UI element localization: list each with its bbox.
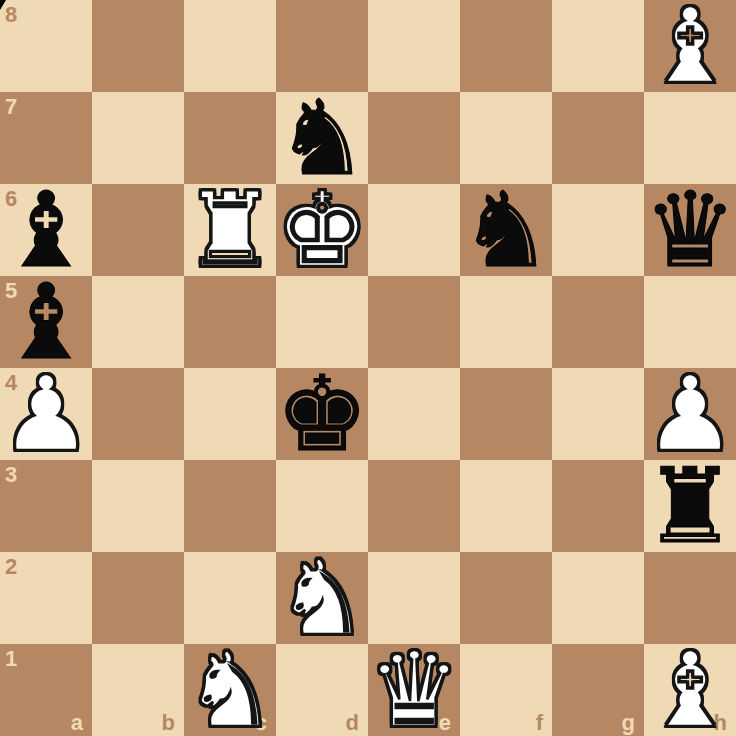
- piece-white-knight-d2[interactable]: ♞: [276, 552, 368, 644]
- piece-black-rook-h3[interactable]: ♜: [644, 460, 736, 552]
- square-f2[interactable]: [460, 552, 552, 644]
- square-g5[interactable]: [552, 276, 644, 368]
- square-g4[interactable]: [552, 368, 644, 460]
- square-c1[interactable]: c♞: [184, 644, 276, 736]
- square-h1[interactable]: h♝: [644, 644, 736, 736]
- square-d4[interactable]: ♚: [276, 368, 368, 460]
- square-e5[interactable]: [368, 276, 460, 368]
- square-b5[interactable]: [92, 276, 184, 368]
- square-b4[interactable]: [92, 368, 184, 460]
- square-g6[interactable]: [552, 184, 644, 276]
- square-b3[interactable]: [92, 460, 184, 552]
- square-h6[interactable]: ♛: [644, 184, 736, 276]
- square-c4[interactable]: [184, 368, 276, 460]
- square-b6[interactable]: [92, 184, 184, 276]
- piece-white-bishop-h8[interactable]: ♝: [644, 0, 736, 92]
- square-f6[interactable]: ♞: [460, 184, 552, 276]
- square-b1[interactable]: b: [92, 644, 184, 736]
- piece-white-king-d6[interactable]: ♚: [276, 184, 368, 276]
- square-b2[interactable]: [92, 552, 184, 644]
- file-label-d: d: [346, 712, 359, 734]
- rank-label-8: 8: [5, 4, 17, 26]
- piece-black-queen-h6[interactable]: ♛: [644, 184, 736, 276]
- piece-white-knight-c1[interactable]: ♞: [184, 644, 276, 736]
- square-a4[interactable]: 4♟: [0, 368, 92, 460]
- square-h8[interactable]: ♝: [644, 0, 736, 92]
- square-a2[interactable]: 2: [0, 552, 92, 644]
- piece-black-knight-f6[interactable]: ♞: [460, 184, 552, 276]
- square-h3[interactable]: ♜: [644, 460, 736, 552]
- file-label-b: b: [162, 712, 175, 734]
- square-e4[interactable]: [368, 368, 460, 460]
- square-e3[interactable]: [368, 460, 460, 552]
- file-label-f: f: [536, 712, 543, 734]
- square-c3[interactable]: [184, 460, 276, 552]
- square-b7[interactable]: [92, 92, 184, 184]
- square-a8[interactable]: 8: [0, 0, 92, 92]
- square-f4[interactable]: [460, 368, 552, 460]
- piece-black-king-d4[interactable]: ♚: [276, 368, 368, 460]
- piece-white-rook-c6[interactable]: ♜: [184, 184, 276, 276]
- square-a1[interactable]: 1a: [0, 644, 92, 736]
- chess-board: 8♝7♞6♝♜♚♞♛5♝4♟♚♟3♜2♞1abc♞de♛fgh♝: [0, 0, 736, 736]
- rank-label-2: 2: [5, 556, 17, 578]
- file-label-a: a: [71, 712, 83, 734]
- square-e1[interactable]: e♛: [368, 644, 460, 736]
- square-g1[interactable]: g: [552, 644, 644, 736]
- piece-white-bishop-h1[interactable]: ♝: [644, 644, 736, 736]
- rank-label-1: 1: [5, 648, 17, 670]
- square-e7[interactable]: [368, 92, 460, 184]
- piece-white-pawn-a4[interactable]: ♟: [0, 368, 92, 460]
- piece-white-queen-e1[interactable]: ♛: [368, 644, 460, 736]
- square-e8[interactable]: [368, 0, 460, 92]
- square-g2[interactable]: [552, 552, 644, 644]
- square-c8[interactable]: [184, 0, 276, 92]
- file-label-g: g: [622, 712, 635, 734]
- square-e6[interactable]: [368, 184, 460, 276]
- square-g3[interactable]: [552, 460, 644, 552]
- square-g7[interactable]: [552, 92, 644, 184]
- square-c6[interactable]: ♜: [184, 184, 276, 276]
- square-d6[interactable]: ♚: [276, 184, 368, 276]
- square-f8[interactable]: [460, 0, 552, 92]
- square-f1[interactable]: f: [460, 644, 552, 736]
- square-b8[interactable]: [92, 0, 184, 92]
- rank-label-7: 7: [5, 96, 17, 118]
- square-f3[interactable]: [460, 460, 552, 552]
- square-g8[interactable]: [552, 0, 644, 92]
- square-d2[interactable]: ♞: [276, 552, 368, 644]
